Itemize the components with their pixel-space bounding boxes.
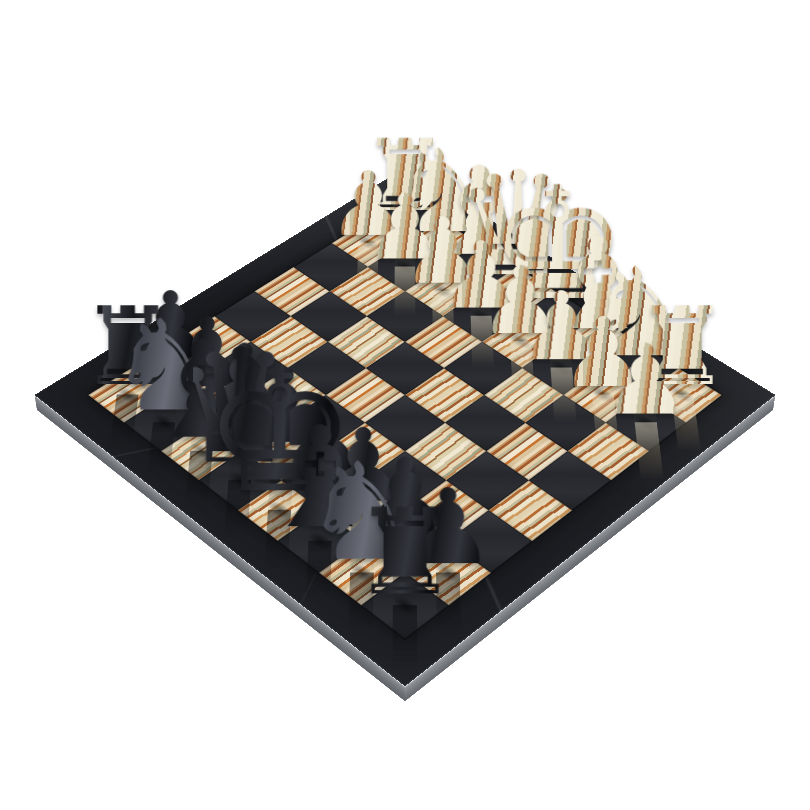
product-photo: ♜♞♝♛♚♝♞♜♟♟♟♟♟♟♟♟♟♟♟♟♟♟♟♟♜♞♝♛♚♝♞♜ xyxy=(0,0,810,810)
board-surface: ♜♞♝♛♚♝♞♜♟♟♟♟♟♟♟♟♟♟♟♟♟♟♟♟♜♞♝♛♚♝♞♜ xyxy=(34,168,775,687)
piece-black-rook: ♜ xyxy=(352,493,459,605)
green-pawn-icon: ♟ xyxy=(602,331,689,428)
piece-green-pawn: ♟ xyxy=(602,331,689,422)
black-rook-icon: ♜ xyxy=(352,493,459,612)
scene: ♜♞♝♛♚♝♞♜♟♟♟♟♟♟♟♟♟♟♟♟♟♟♟♟♜♞♝♛♚♝♞♜ xyxy=(0,0,810,810)
board-squares-grid: ♜♞♝♛♚♝♞♜♟♟♟♟♟♟♟♟♟♟♟♟♟♟♟♟♜♞♝♛♚♝♞♜ xyxy=(88,197,722,639)
chess-board: ♜♞♝♛♚♝♞♜♟♟♟♟♟♟♟♟♟♟♟♟♟♟♟♟♜♞♝♛♚♝♞♜ xyxy=(34,168,775,687)
piece-reflection xyxy=(392,605,417,681)
